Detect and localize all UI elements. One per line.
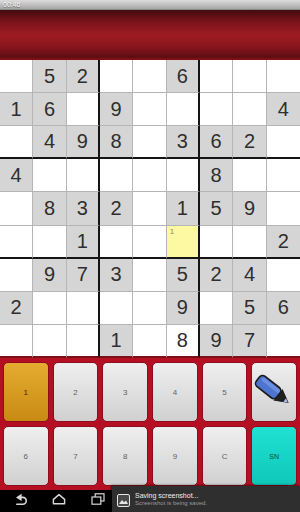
cell-r7c8[interactable]: 4 xyxy=(233,259,266,292)
cell-r6c4[interactable] xyxy=(100,226,133,259)
screenshot-image-icon xyxy=(117,493,130,506)
cell-r7c7[interactable]: 2 xyxy=(200,259,233,292)
cell-r3c3[interactable]: 9 xyxy=(67,126,100,159)
keypad-row-1: 1 2 3 4 5 xyxy=(1,360,299,424)
cell-r9c5[interactable] xyxy=(133,325,166,358)
home-icon[interactable] xyxy=(51,492,67,510)
given-digit: 4 xyxy=(44,130,55,153)
cell-r4c4[interactable] xyxy=(100,159,133,192)
cell-r2c7[interactable] xyxy=(200,93,233,126)
cell-r4c6[interactable] xyxy=(167,159,200,192)
cell-r7c5[interactable] xyxy=(133,259,166,292)
cell-r3c4[interactable]: 8 xyxy=(100,126,133,159)
cell-r2c9[interactable]: 4 xyxy=(267,93,300,126)
cell-r3c9[interactable] xyxy=(267,126,300,159)
cell-r8c8[interactable]: 5 xyxy=(233,292,266,325)
recents-icon[interactable] xyxy=(90,492,106,510)
cell-r7c6[interactable]: 5 xyxy=(167,259,200,292)
given-digit: 2 xyxy=(278,230,289,253)
given-digit: 6 xyxy=(44,98,55,121)
screenshot-notification[interactable]: Saving screenshot... Screenshot is being… xyxy=(112,486,300,512)
cell-r9c4[interactable]: 1 xyxy=(100,325,133,358)
pencil-mark: 1 xyxy=(170,227,174,236)
cell-r9c1[interactable] xyxy=(0,325,33,358)
cell-r8c3[interactable] xyxy=(67,292,100,325)
cell-r7c4[interactable]: 3 xyxy=(100,259,133,292)
android-navbar: Saving screenshot... Screenshot is being… xyxy=(0,490,300,512)
cell-r8c4[interactable] xyxy=(100,292,133,325)
cell-r1c3[interactable]: 2 xyxy=(67,60,100,93)
digit-button-5[interactable]: 5 xyxy=(202,362,248,422)
status-clock: 00:46 xyxy=(3,1,21,8)
number-keypad: 1 2 3 4 5 6 7 8 9 C SN xyxy=(0,358,300,490)
cell-r5c7[interactable]: 5 xyxy=(200,192,233,225)
cell-r7c1[interactable] xyxy=(0,259,33,292)
given-digit: 3 xyxy=(111,263,122,286)
given-digit: 1 xyxy=(177,197,188,220)
cell-r1c9[interactable] xyxy=(267,60,300,93)
given-digit: 7 xyxy=(244,329,255,352)
cell-r1c7[interactable] xyxy=(200,60,233,93)
cell-r3c5[interactable] xyxy=(133,126,166,159)
cell-r3c6[interactable]: 3 xyxy=(167,126,200,159)
cell-r8c1[interactable]: 2 xyxy=(0,292,33,325)
cell-r1c5[interactable] xyxy=(133,60,166,93)
given-digit: 2 xyxy=(111,197,122,220)
sn-button[interactable]: SN xyxy=(251,426,297,486)
cell-r5c8[interactable]: 9 xyxy=(233,192,266,225)
cell-r2c3[interactable] xyxy=(67,93,100,126)
cell-r7c2[interactable]: 9 xyxy=(33,259,66,292)
given-digit: 8 xyxy=(44,197,55,220)
given-digit: 6 xyxy=(211,130,222,153)
cell-r5c9[interactable] xyxy=(267,192,300,225)
cell-r4c3[interactable] xyxy=(67,159,100,192)
cell-r1c6[interactable]: 6 xyxy=(167,60,200,93)
cell-r2c2[interactable]: 6 xyxy=(33,93,66,126)
given-digit: 5 xyxy=(244,296,255,319)
cell-r4c7[interactable]: 8 xyxy=(200,159,233,192)
given-digit: 7 xyxy=(77,263,88,286)
cell-r2c1[interactable]: 1 xyxy=(0,93,33,126)
nav-icons xyxy=(0,490,118,512)
cell-r1c2[interactable]: 5 xyxy=(33,60,66,93)
given-digit: 2 xyxy=(11,296,22,319)
given-digit: 5 xyxy=(177,263,188,286)
cell-r2c4[interactable]: 9 xyxy=(100,93,133,126)
cell-r8c5[interactable] xyxy=(133,292,166,325)
cell-r7c9[interactable] xyxy=(267,259,300,292)
given-digit: 9 xyxy=(111,98,122,121)
given-digit: 2 xyxy=(77,65,88,88)
cell-r4c9[interactable] xyxy=(267,159,300,192)
digit-button-9[interactable]: 9 xyxy=(152,426,198,486)
given-digit: 3 xyxy=(177,130,188,153)
given-digit: 4 xyxy=(278,98,289,121)
back-icon[interactable] xyxy=(12,492,28,510)
cell-r4c1[interactable]: 4 xyxy=(0,159,33,192)
cell-r1c4[interactable] xyxy=(100,60,133,93)
cell-r9c3[interactable] xyxy=(67,325,100,358)
cell-r5c6[interactable]: 1 xyxy=(167,192,200,225)
cell-r6c5[interactable] xyxy=(133,226,166,259)
cell-r4c2[interactable] xyxy=(33,159,66,192)
notification-title: Saving screenshot... xyxy=(135,492,207,500)
notification-text: Saving screenshot... Screenshot is being… xyxy=(135,492,207,507)
given-digit: 4 xyxy=(244,263,255,286)
given-digit: 9 xyxy=(77,130,88,153)
cell-r9c7[interactable]: 9 xyxy=(200,325,233,358)
given-digit: 6 xyxy=(278,296,289,319)
given-digit: 8 xyxy=(111,130,122,153)
digit-button-3[interactable]: 3 xyxy=(102,362,148,422)
status-bar: 00:46 xyxy=(0,0,300,10)
given-digit: 3 xyxy=(77,197,88,220)
given-digit: 9 xyxy=(211,329,222,352)
given-digit: 5 xyxy=(211,197,222,220)
given-digit: 9 xyxy=(44,263,55,286)
cell-r1c1[interactable] xyxy=(0,60,33,93)
cell-r3c1[interactable] xyxy=(0,126,33,159)
digit-button-2[interactable]: 2 xyxy=(53,362,99,422)
cell-r6c7[interactable] xyxy=(200,226,233,259)
keypad-row-2: 6 7 8 9 C SN xyxy=(1,424,299,488)
cell-r8c9[interactable]: 6 xyxy=(267,292,300,325)
given-digit: 1 xyxy=(77,230,88,253)
cell-r2c6[interactable] xyxy=(167,93,200,126)
digit-button-7[interactable]: 7 xyxy=(53,426,99,486)
given-digit: 6 xyxy=(177,65,188,88)
notification-subtitle: Screenshot is being saved. xyxy=(135,500,207,507)
cell-r2c8[interactable] xyxy=(233,93,266,126)
given-digit: 9 xyxy=(244,197,255,220)
cell-r6c9[interactable]: 2 xyxy=(267,226,300,259)
cell-r5c2[interactable]: 8 xyxy=(33,192,66,225)
cell-r6c3[interactable]: 1 xyxy=(67,226,100,259)
cell-r9c6[interactable]: 8 xyxy=(167,325,200,358)
app-header xyxy=(0,10,300,58)
cell-r6c8[interactable] xyxy=(233,226,266,259)
pencil-mode-button[interactable] xyxy=(251,362,297,422)
given-digit: 2 xyxy=(244,130,255,153)
cell-r6c1[interactable] xyxy=(0,226,33,259)
cell-r5c5[interactable] xyxy=(133,192,166,225)
cell-r6c2[interactable] xyxy=(33,226,66,259)
cell-r3c2[interactable]: 4 xyxy=(33,126,66,159)
cell-r4c5[interactable] xyxy=(133,159,166,192)
digit-button-4[interactable]: 4 xyxy=(152,362,198,422)
cell-r1c8[interactable] xyxy=(233,60,266,93)
cell-r7c3[interactable]: 7 xyxy=(67,259,100,292)
cell-r2c5[interactable] xyxy=(133,93,166,126)
clear-button[interactable]: C xyxy=(202,426,248,486)
cell-r4c8[interactable] xyxy=(233,159,266,192)
cell-r3c8[interactable]: 2 xyxy=(233,126,266,159)
given-digit: 4 xyxy=(11,164,22,187)
digit-button-8[interactable]: 8 xyxy=(102,426,148,486)
cell-r9c8[interactable]: 7 xyxy=(233,325,266,358)
digit-button-1[interactable]: 1 xyxy=(3,362,49,422)
cell-r8c6[interactable]: 9 xyxy=(167,292,200,325)
cell-r5c3[interactable]: 3 xyxy=(67,192,100,225)
cell-r6c6[interactable]: 1 xyxy=(167,226,200,259)
given-digit: 8 xyxy=(211,164,222,187)
cell-r9c2[interactable] xyxy=(33,325,66,358)
given-digit: 1 xyxy=(11,98,22,121)
cell-r9c9[interactable] xyxy=(267,325,300,358)
given-digit: 1 xyxy=(111,329,122,352)
given-digit: 2 xyxy=(211,263,222,286)
cell-r8c7[interactable] xyxy=(200,292,233,325)
given-digit: 9 xyxy=(177,296,188,319)
given-digit: 5 xyxy=(44,65,55,88)
sudoku-board: 52616944983624883215911297352429561897 xyxy=(0,58,300,358)
cell-r5c4[interactable]: 2 xyxy=(100,192,133,225)
cell-r3c7[interactable]: 6 xyxy=(200,126,233,159)
user-digit: 8 xyxy=(177,329,188,352)
digit-button-6[interactable]: 6 xyxy=(3,426,49,486)
pencil-icon xyxy=(253,370,295,414)
cell-r5c1[interactable] xyxy=(0,192,33,225)
cell-r8c2[interactable] xyxy=(33,292,66,325)
